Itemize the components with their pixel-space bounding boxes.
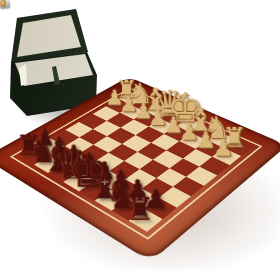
- square-h8[interactable]: ♜: [129, 209, 162, 232]
- box-white-piece-finial: [0, 0, 6, 7]
- box-red-piece-finial: [0, 0, 6, 6]
- chess-set-photo: ♜♞♝♛♚♝♞♜♟♟♟♟♟♟♟♟♟♟♟♟♟♟♟♟♜♞♝♛♚♝♞♜: [0, 0, 280, 280]
- piece-white-pawn[interactable]: ♟: [192, 136, 253, 159]
- piece-red-rook[interactable]: ♜: [106, 193, 175, 224]
- box-clasp-icon: [0, 0, 11, 9]
